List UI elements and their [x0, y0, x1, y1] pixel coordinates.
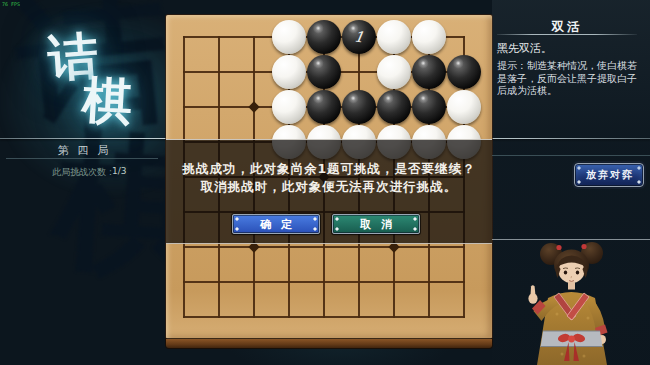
dialog: 挑战成功，此对象尚余1题可挑战，是否要继续？ 取消挑战时，此对象便无法再次进行挑…	[166, 139, 492, 244]
resign-button[interactable]: 放弃对弈	[574, 163, 644, 187]
puzzle-objective: 黑先双活。	[497, 41, 552, 56]
stone-black	[342, 90, 376, 124]
stone-black	[412, 90, 446, 124]
challenge-count-label: 此局挑战次数：	[52, 166, 115, 179]
stone-white	[447, 90, 481, 124]
grid-line-horizontal	[183, 246, 465, 248]
game-screen: 诘 棋 76 FPS 诘 棋 第四局 此局挑战次数： 1/3 1 双活 黑先双活…	[0, 0, 650, 365]
confirm-button[interactable]: 确定	[232, 214, 320, 234]
divider	[497, 34, 637, 35]
stone-black	[447, 55, 481, 89]
npc-character-girl	[512, 236, 650, 365]
stone-black	[412, 55, 446, 89]
round-title: 第四局	[0, 143, 166, 158]
board-side-edge	[166, 339, 492, 348]
fps-counter: 76 FPS	[2, 1, 20, 7]
grid-line-horizontal	[183, 316, 465, 318]
stone-white	[377, 55, 411, 89]
stone-white	[272, 20, 306, 54]
stone-white	[272, 55, 306, 89]
dialog-message-line2: 取消挑战时，此对象便无法再次进行挑战。	[166, 179, 492, 196]
stone-white	[412, 20, 446, 54]
grid-line-horizontal	[183, 281, 465, 283]
stone-black	[377, 90, 411, 124]
stone-black	[307, 90, 341, 124]
stone-black	[307, 55, 341, 89]
game-logo: 棋	[80, 67, 133, 137]
move-number-marker: 1	[340, 18, 378, 56]
divider	[6, 158, 158, 159]
cancel-button[interactable]: 取消	[332, 214, 420, 234]
stone-white	[272, 90, 306, 124]
stone-white	[377, 20, 411, 54]
dialog-message-line1: 挑战成功，此对象尚余1题可挑战，是否要继续？	[166, 161, 492, 178]
divider	[492, 155, 650, 156]
stone-black	[307, 20, 341, 54]
puzzle-hint: 提示：制造某种情况，使白棋若是落子，反而会让黑子提取白子后成为活棋。	[497, 60, 641, 98]
stone-black: 1	[342, 20, 376, 54]
challenge-count-value: 1/3	[112, 166, 126, 176]
